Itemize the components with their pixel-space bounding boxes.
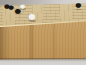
go-stone-white-1[interactable]: ● <box>20 3 26 9</box>
goban-photo-scene: ● ● ● ● ● ● <box>0 0 86 65</box>
go-stone-black-2[interactable]: ● <box>8 4 14 10</box>
go-stone-white-2[interactable]: ● <box>28 12 36 20</box>
board-drop-shadow <box>0 58 86 60</box>
go-stone-black-4[interactable]: ● <box>75 3 81 9</box>
